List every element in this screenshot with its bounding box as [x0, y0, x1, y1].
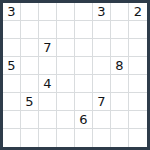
empty-cell-r1c5[interactable] [75, 3, 93, 21]
puzzle-board-frame: 3327584576 [0, 0, 150, 150]
empty-cell-r7c7[interactable] [111, 111, 129, 129]
empty-cell-r5c6[interactable] [93, 75, 111, 93]
empty-cell-r1c7[interactable] [111, 3, 129, 21]
empty-cell-r1c3[interactable] [39, 3, 57, 21]
empty-cell-r4c3[interactable] [39, 57, 57, 75]
empty-cell-r1c4[interactable] [57, 3, 75, 21]
empty-cell-r2c7[interactable] [111, 21, 129, 39]
empty-cell-r4c4[interactable] [57, 57, 75, 75]
empty-cell-r8c2[interactable] [21, 129, 39, 147]
empty-cell-r7c2[interactable] [21, 111, 39, 129]
empty-cell-r2c5[interactable] [75, 21, 93, 39]
empty-cell-r2c3[interactable] [39, 21, 57, 39]
empty-cell-r6c5[interactable] [75, 93, 93, 111]
empty-cell-r4c2[interactable] [21, 57, 39, 75]
empty-cell-r8c6[interactable] [93, 129, 111, 147]
clue-cell-r4c1: 5 [3, 57, 21, 75]
clue-cell-r6c6: 7 [93, 93, 111, 111]
empty-cell-r5c8[interactable] [129, 75, 147, 93]
empty-cell-r6c4[interactable] [57, 93, 75, 111]
clue-cell-r3c3: 7 [39, 39, 57, 57]
empty-cell-r5c5[interactable] [75, 75, 93, 93]
empty-cell-r2c6[interactable] [93, 21, 111, 39]
clue-cell-r5c3: 4 [39, 75, 57, 93]
empty-cell-r6c8[interactable] [129, 93, 147, 111]
puzzle-board: 3327584576 [3, 3, 147, 147]
empty-cell-r8c7[interactable] [111, 129, 129, 147]
clue-cell-r6c2: 5 [21, 93, 39, 111]
empty-cell-r8c5[interactable] [75, 129, 93, 147]
empty-cell-r5c1[interactable] [3, 75, 21, 93]
empty-cell-r5c7[interactable] [111, 75, 129, 93]
empty-cell-r7c1[interactable] [3, 111, 21, 129]
empty-cell-r6c1[interactable] [3, 93, 21, 111]
empty-cell-r4c8[interactable] [129, 57, 147, 75]
empty-cell-r7c6[interactable] [93, 111, 111, 129]
empty-cell-r3c2[interactable] [21, 39, 39, 57]
clue-cell-r1c6: 3 [93, 3, 111, 21]
empty-cell-r1c2[interactable] [21, 3, 39, 21]
empty-cell-r6c7[interactable] [111, 93, 129, 111]
empty-cell-r3c5[interactable] [75, 39, 93, 57]
empty-cell-r8c1[interactable] [3, 129, 21, 147]
empty-cell-r6c3[interactable] [39, 93, 57, 111]
empty-cell-r7c4[interactable] [57, 111, 75, 129]
clue-cell-r7c5: 6 [75, 111, 93, 129]
empty-cell-r2c4[interactable] [57, 21, 75, 39]
empty-cell-r3c6[interactable] [93, 39, 111, 57]
empty-cell-r8c4[interactable] [57, 129, 75, 147]
empty-cell-r2c1[interactable] [3, 21, 21, 39]
empty-cell-r3c4[interactable] [57, 39, 75, 57]
empty-cell-r2c8[interactable] [129, 21, 147, 39]
empty-cell-r3c7[interactable] [111, 39, 129, 57]
clue-cell-r1c1: 3 [3, 3, 21, 21]
empty-cell-r4c5[interactable] [75, 57, 93, 75]
empty-cell-r7c3[interactable] [39, 111, 57, 129]
empty-cell-r3c1[interactable] [3, 39, 21, 57]
empty-cell-r7c8[interactable] [129, 111, 147, 129]
empty-cell-r8c8[interactable] [129, 129, 147, 147]
empty-cell-r5c2[interactable] [21, 75, 39, 93]
empty-cell-r3c8[interactable] [129, 39, 147, 57]
empty-cell-r2c2[interactable] [21, 21, 39, 39]
empty-cell-r4c6[interactable] [93, 57, 111, 75]
clue-cell-r4c7: 8 [111, 57, 129, 75]
clue-cell-r1c8: 2 [129, 3, 147, 21]
empty-cell-r8c3[interactable] [39, 129, 57, 147]
empty-cell-r5c4[interactable] [57, 75, 75, 93]
